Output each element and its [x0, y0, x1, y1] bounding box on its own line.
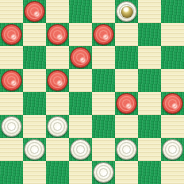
- checkers-board: [0, 0, 184, 184]
- white-man[interactable]: [70, 139, 91, 160]
- square-a8: [0, 0, 23, 23]
- red-man[interactable]: [162, 93, 183, 114]
- white-man[interactable]: [1, 116, 22, 137]
- square-7-e7[interactable]: [92, 23, 115, 46]
- square-g2: [138, 138, 161, 161]
- square-31-e1[interactable]: [92, 161, 115, 184]
- red-man[interactable]: [24, 1, 45, 22]
- square-f3: [115, 115, 138, 138]
- square-c8: [46, 0, 69, 23]
- white-man[interactable]: [162, 139, 183, 160]
- square-b1: [23, 161, 46, 184]
- square-29-a1[interactable]: [0, 161, 23, 184]
- square-26-d2[interactable]: [69, 138, 92, 161]
- square-f5: [115, 69, 138, 92]
- white-man[interactable]: [116, 139, 137, 160]
- square-h3: [161, 115, 184, 138]
- white-man[interactable]: [93, 162, 114, 183]
- square-22-c3[interactable]: [46, 115, 69, 138]
- square-5-a7[interactable]: [0, 23, 23, 46]
- square-e4: [92, 92, 115, 115]
- square-20-h4[interactable]: [161, 92, 184, 115]
- square-e8: [92, 0, 115, 23]
- square-d3: [69, 115, 92, 138]
- square-13-a5[interactable]: [0, 69, 23, 92]
- square-18-d4[interactable]: [69, 92, 92, 115]
- square-4-h8[interactable]: [161, 0, 184, 23]
- square-c6: [46, 46, 69, 69]
- square-3-f8[interactable]: [115, 0, 138, 23]
- square-b3: [23, 115, 46, 138]
- square-10-d6[interactable]: [69, 46, 92, 69]
- white-king[interactable]: [116, 1, 137, 22]
- red-man[interactable]: [93, 24, 114, 45]
- square-d7: [69, 23, 92, 46]
- square-g4: [138, 92, 161, 115]
- square-h7: [161, 23, 184, 46]
- square-e2: [92, 138, 115, 161]
- square-g6: [138, 46, 161, 69]
- square-27-f2[interactable]: [115, 138, 138, 161]
- square-d1: [69, 161, 92, 184]
- square-28-h2[interactable]: [161, 138, 184, 161]
- square-f7: [115, 23, 138, 46]
- square-d5: [69, 69, 92, 92]
- square-8-g7[interactable]: [138, 23, 161, 46]
- square-19-f4[interactable]: [115, 92, 138, 115]
- red-man[interactable]: [1, 70, 22, 91]
- square-c4: [46, 92, 69, 115]
- square-11-f6[interactable]: [115, 46, 138, 69]
- square-32-g1[interactable]: [138, 161, 161, 184]
- square-f1: [115, 161, 138, 184]
- red-man[interactable]: [70, 47, 91, 68]
- square-a6: [0, 46, 23, 69]
- square-b7: [23, 23, 46, 46]
- white-man[interactable]: [24, 139, 45, 160]
- square-1-b8[interactable]: [23, 0, 46, 23]
- square-c2: [46, 138, 69, 161]
- square-25-b2[interactable]: [23, 138, 46, 161]
- square-30-c1[interactable]: [46, 161, 69, 184]
- red-man[interactable]: [1, 24, 22, 45]
- square-9-b6[interactable]: [23, 46, 46, 69]
- red-man[interactable]: [47, 70, 68, 91]
- red-man[interactable]: [47, 24, 68, 45]
- square-e6: [92, 46, 115, 69]
- square-23-e3[interactable]: [92, 115, 115, 138]
- square-a2: [0, 138, 23, 161]
- square-2-d8[interactable]: [69, 0, 92, 23]
- square-15-e5[interactable]: [92, 69, 115, 92]
- white-man[interactable]: [47, 116, 68, 137]
- square-17-b4[interactable]: [23, 92, 46, 115]
- square-h5: [161, 69, 184, 92]
- square-b5: [23, 69, 46, 92]
- square-6-c7[interactable]: [46, 23, 69, 46]
- square-12-h6[interactable]: [161, 46, 184, 69]
- square-a4: [0, 92, 23, 115]
- square-24-g3[interactable]: [138, 115, 161, 138]
- square-g8: [138, 0, 161, 23]
- square-16-g5[interactable]: [138, 69, 161, 92]
- square-14-c5[interactable]: [46, 69, 69, 92]
- square-h1: [161, 161, 184, 184]
- red-man[interactable]: [116, 93, 137, 114]
- square-21-a3[interactable]: [0, 115, 23, 138]
